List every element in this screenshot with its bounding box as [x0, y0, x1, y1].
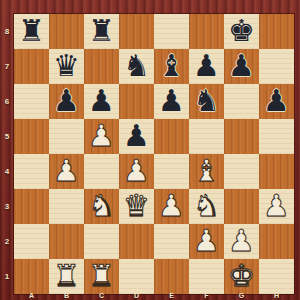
white-queen: ♛︎ [123, 188, 150, 223]
rank-labels: 87654321 [0, 14, 14, 294]
square-e2[interactable] [154, 224, 189, 259]
square-c3[interactable]: ♞︎ [84, 189, 119, 224]
square-f7[interactable]: ♟︎ [189, 49, 224, 84]
square-c7[interactable] [84, 49, 119, 84]
square-c4[interactable] [84, 154, 119, 189]
square-a4[interactable] [14, 154, 49, 189]
rank-label-7: 7 [0, 49, 14, 84]
square-a6[interactable] [14, 84, 49, 119]
white-rook: ♜︎ [53, 258, 80, 293]
square-e8[interactable] [154, 14, 189, 49]
rank-label-6: 6 [0, 84, 14, 119]
square-c2[interactable] [84, 224, 119, 259]
file-labels: ABCDEFGH [14, 292, 294, 300]
square-h5[interactable] [259, 119, 294, 154]
square-h4[interactable] [259, 154, 294, 189]
square-h3[interactable]: ♟︎ [259, 189, 294, 224]
square-h2[interactable] [259, 224, 294, 259]
square-a1[interactable] [14, 259, 49, 294]
white-pawn: ♟︎ [193, 223, 220, 258]
square-b2[interactable] [49, 224, 84, 259]
square-a2[interactable] [14, 224, 49, 259]
rank-label-3: 3 [0, 189, 14, 224]
black-pawn: ♟︎ [228, 48, 255, 83]
black-king: ♚︎ [228, 13, 255, 48]
square-g2[interactable]: ♟︎ [224, 224, 259, 259]
black-rook: ♜︎ [18, 13, 45, 48]
white-pawn: ♟︎ [88, 118, 115, 153]
square-d5[interactable]: ♟︎ [119, 119, 154, 154]
square-h6[interactable]: ♟︎ [259, 84, 294, 119]
rank-label-8: 8 [0, 14, 14, 49]
chess-board: ♜︎♜︎♚︎♛︎♞︎♝︎♟︎♟︎♟︎♟︎♟︎♞︎♟︎♟︎♟︎♟︎♟︎♝︎♞︎♛︎… [14, 14, 294, 294]
square-a5[interactable] [14, 119, 49, 154]
white-knight: ♞︎ [88, 188, 115, 223]
square-a7[interactable] [14, 49, 49, 84]
square-d7[interactable]: ♞︎ [119, 49, 154, 84]
square-b7[interactable]: ♛︎ [49, 49, 84, 84]
square-f4[interactable]: ♝︎ [189, 154, 224, 189]
square-d8[interactable] [119, 14, 154, 49]
black-pawn: ♟︎ [53, 83, 80, 118]
square-g6[interactable] [224, 84, 259, 119]
white-pawn: ♟︎ [158, 188, 185, 223]
square-b8[interactable] [49, 14, 84, 49]
square-g7[interactable]: ♟︎ [224, 49, 259, 84]
black-pawn: ♟︎ [158, 83, 185, 118]
square-d3[interactable]: ♛︎ [119, 189, 154, 224]
square-f1[interactable] [189, 259, 224, 294]
black-pawn: ♟︎ [88, 83, 115, 118]
square-h7[interactable] [259, 49, 294, 84]
square-d6[interactable] [119, 84, 154, 119]
square-f6[interactable]: ♞︎ [189, 84, 224, 119]
square-g1[interactable]: ♚︎ [224, 259, 259, 294]
board-frame: 87654321 ♜︎♜︎♚︎♛︎♞︎♝︎♟︎♟︎♟︎♟︎♟︎♞︎♟︎♟︎♟︎♟… [0, 0, 300, 300]
square-b3[interactable] [49, 189, 84, 224]
square-b4[interactable]: ♟︎ [49, 154, 84, 189]
square-g5[interactable] [224, 119, 259, 154]
square-e1[interactable] [154, 259, 189, 294]
white-bishop: ♝︎ [193, 153, 220, 188]
square-f5[interactable] [189, 119, 224, 154]
black-knight: ♞︎ [123, 48, 150, 83]
file-label-g: G [224, 292, 259, 300]
file-label-h: H [259, 292, 294, 300]
square-c6[interactable]: ♟︎ [84, 84, 119, 119]
square-d1[interactable] [119, 259, 154, 294]
square-b6[interactable]: ♟︎ [49, 84, 84, 119]
file-label-f: F [189, 292, 224, 300]
black-queen: ♛︎ [53, 48, 80, 83]
square-b1[interactable]: ♜︎ [49, 259, 84, 294]
rank-label-2: 2 [0, 224, 14, 259]
white-rook: ♜︎ [88, 258, 115, 293]
square-e4[interactable] [154, 154, 189, 189]
square-a3[interactable] [14, 189, 49, 224]
file-label-d: D [119, 292, 154, 300]
white-pawn: ♟︎ [123, 153, 150, 188]
white-knight: ♞︎ [193, 188, 220, 223]
file-label-b: B [49, 292, 84, 300]
square-a8[interactable]: ♜︎ [14, 14, 49, 49]
square-e7[interactable]: ♝︎ [154, 49, 189, 84]
square-h1[interactable] [259, 259, 294, 294]
square-g4[interactable] [224, 154, 259, 189]
file-label-c: C [84, 292, 119, 300]
white-pawn: ♟︎ [228, 223, 255, 258]
rank-label-1: 1 [0, 259, 14, 294]
white-pawn: ♟︎ [263, 188, 290, 223]
black-pawn: ♟︎ [123, 118, 150, 153]
white-king: ♚︎ [228, 258, 255, 293]
square-f2[interactable]: ♟︎ [189, 224, 224, 259]
black-knight: ♞︎ [193, 83, 220, 118]
square-h8[interactable] [259, 14, 294, 49]
black-pawn: ♟︎ [193, 48, 220, 83]
square-e3[interactable]: ♟︎ [154, 189, 189, 224]
black-bishop: ♝︎ [158, 48, 185, 83]
square-f8[interactable] [189, 14, 224, 49]
square-e6[interactable]: ♟︎ [154, 84, 189, 119]
black-pawn: ♟︎ [263, 83, 290, 118]
file-label-e: E [154, 292, 189, 300]
square-d2[interactable] [119, 224, 154, 259]
square-c5[interactable]: ♟︎ [84, 119, 119, 154]
file-label-a: A [14, 292, 49, 300]
rank-label-4: 4 [0, 154, 14, 189]
black-rook: ♜︎ [88, 13, 115, 48]
white-pawn: ♟︎ [53, 153, 80, 188]
square-b5[interactable] [49, 119, 84, 154]
square-e5[interactable] [154, 119, 189, 154]
square-g8[interactable]: ♚︎ [224, 14, 259, 49]
rank-label-5: 5 [0, 119, 14, 154]
square-f3[interactable]: ♞︎ [189, 189, 224, 224]
square-c1[interactable]: ♜︎ [84, 259, 119, 294]
square-d4[interactable]: ♟︎ [119, 154, 154, 189]
square-c8[interactable]: ♜︎ [84, 14, 119, 49]
square-g3[interactable] [224, 189, 259, 224]
